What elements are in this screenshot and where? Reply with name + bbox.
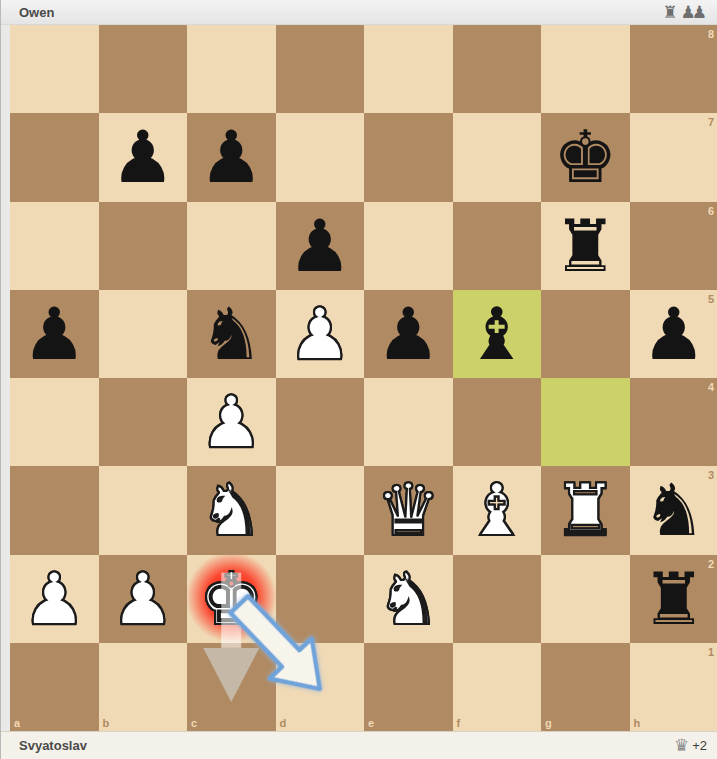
square-b8[interactable] xyxy=(99,25,188,113)
chess-app-window: Owen ♜ ♟♟ 8♟♟♚7♟♜6♟♞♟♟♝♟5♟4♞♛♝♜♞3♟♟♚♞♜2a… xyxy=(0,0,717,759)
square-g2[interactable] xyxy=(541,555,630,643)
black-king-g7[interactable]: ♚ xyxy=(553,121,618,193)
square-g8[interactable] xyxy=(541,25,630,113)
square-e7[interactable] xyxy=(364,113,453,201)
white-pawn-a2[interactable]: ♟ xyxy=(22,563,87,635)
square-h8[interactable]: 8 xyxy=(630,25,717,113)
square-c7[interactable]: ♟ xyxy=(187,113,276,201)
square-f6[interactable] xyxy=(453,202,542,290)
square-c1[interactable]: c xyxy=(187,643,276,731)
captured-queen-icon: ♛ xyxy=(674,737,689,754)
square-c4[interactable]: ♟ xyxy=(187,378,276,466)
square-d8[interactable] xyxy=(276,25,365,113)
square-d7[interactable] xyxy=(276,113,365,201)
square-a3[interactable] xyxy=(10,466,99,554)
square-f4[interactable] xyxy=(453,378,542,466)
square-h7[interactable]: 7 xyxy=(630,113,717,201)
black-knight-c5[interactable]: ♞ xyxy=(199,298,264,370)
square-b5[interactable] xyxy=(99,290,188,378)
square-d3[interactable] xyxy=(276,466,365,554)
square-f8[interactable] xyxy=(453,25,542,113)
white-pawn-c4[interactable]: ♟ xyxy=(199,386,264,458)
square-e3[interactable]: ♛ xyxy=(364,466,453,554)
rank-label-4: 4 xyxy=(708,381,714,393)
file-label-h: h xyxy=(634,717,641,729)
square-f2[interactable] xyxy=(453,555,542,643)
rank-label-8: 8 xyxy=(708,28,714,40)
square-h6[interactable]: 6 xyxy=(630,202,717,290)
file-label-b: b xyxy=(103,717,110,729)
square-g7[interactable]: ♚ xyxy=(541,113,630,201)
white-pawn-b2[interactable]: ♟ xyxy=(110,563,175,635)
square-b7[interactable]: ♟ xyxy=(99,113,188,201)
square-h5[interactable]: ♟5 xyxy=(630,290,717,378)
material-advantage: ♛ +2 xyxy=(674,737,707,754)
square-b1[interactable]: b xyxy=(99,643,188,731)
white-bishop-f3[interactable]: ♝ xyxy=(464,474,529,546)
square-a7[interactable] xyxy=(10,113,99,201)
rank-label-1: 1 xyxy=(708,646,714,658)
material-advantage-value: +2 xyxy=(692,738,707,753)
black-pawn-d6[interactable]: ♟ xyxy=(287,210,352,282)
bottom-player-name: Svyatoslav xyxy=(19,738,674,753)
file-label-g: g xyxy=(545,717,552,729)
file-label-f: f xyxy=(457,717,461,729)
square-f5[interactable]: ♝ xyxy=(453,290,542,378)
square-h2[interactable]: ♜2 xyxy=(630,555,717,643)
square-c5[interactable]: ♞ xyxy=(187,290,276,378)
rank-label-5: 5 xyxy=(708,293,714,305)
square-a2[interactable]: ♟ xyxy=(10,555,99,643)
chess-board: 8♟♟♚7♟♜6♟♞♟♟♝♟5♟4♞♛♝♜♞3♟♟♚♞♜2abcdefg1h xyxy=(10,25,717,731)
square-b4[interactable] xyxy=(99,378,188,466)
file-label-d: d xyxy=(280,717,287,729)
rank-label-7: 7 xyxy=(708,116,714,128)
black-bishop-f5[interactable]: ♝ xyxy=(464,298,529,370)
square-g5[interactable] xyxy=(541,290,630,378)
chess-board-area: 8♟♟♚7♟♜6♟♞♟♟♝♟5♟4♞♛♝♜♞3♟♟♚♞♜2abcdefg1h xyxy=(10,25,717,731)
square-g6[interactable]: ♜ xyxy=(541,202,630,290)
file-label-a: a xyxy=(14,717,20,729)
file-label-e: e xyxy=(368,717,374,729)
square-b2[interactable]: ♟ xyxy=(99,555,188,643)
square-g4[interactable] xyxy=(541,378,630,466)
square-d2[interactable] xyxy=(276,555,365,643)
square-b6[interactable] xyxy=(99,202,188,290)
square-f1[interactable]: f xyxy=(453,643,542,731)
white-knight-c3[interactable]: ♞ xyxy=(199,474,264,546)
square-b3[interactable] xyxy=(99,466,188,554)
square-e8[interactable] xyxy=(364,25,453,113)
white-knight-e2[interactable]: ♞ xyxy=(376,563,441,635)
square-c6[interactable] xyxy=(187,202,276,290)
square-g1[interactable]: g xyxy=(541,643,630,731)
bottom-player-bar: Svyatoslav ♛ +2 xyxy=(1,731,717,759)
top-player-bar: Owen ♜ ♟♟ xyxy=(1,0,717,25)
square-e2[interactable]: ♞ xyxy=(364,555,453,643)
square-d5[interactable]: ♟ xyxy=(276,290,365,378)
square-h3[interactable]: ♞3 xyxy=(630,466,717,554)
square-c2[interactable]: ♚ xyxy=(187,555,276,643)
square-h1[interactable]: 1h xyxy=(630,643,717,731)
black-knight-h3[interactable]: ♞ xyxy=(641,474,706,546)
black-pawn-h5[interactable]: ♟ xyxy=(641,298,706,370)
square-a1[interactable]: a xyxy=(10,643,99,731)
black-pawn-a5[interactable]: ♟ xyxy=(22,298,87,370)
white-king-c2[interactable]: ♚ xyxy=(199,563,264,635)
square-f3[interactable]: ♝ xyxy=(453,466,542,554)
captured-rook-icon: ♜ xyxy=(662,4,677,21)
square-e4[interactable] xyxy=(364,378,453,466)
square-a6[interactable] xyxy=(10,202,99,290)
black-pawn-c7[interactable]: ♟ xyxy=(199,121,264,193)
white-pawn-d5[interactable]: ♟ xyxy=(287,298,352,370)
white-queen-e3[interactable]: ♛ xyxy=(376,474,441,546)
square-g3[interactable]: ♜ xyxy=(541,466,630,554)
white-rook-g3[interactable]: ♜ xyxy=(553,474,618,546)
square-h4[interactable]: 4 xyxy=(630,378,717,466)
captured-two-pawns-icon: ♟♟ xyxy=(681,4,707,21)
square-a5[interactable]: ♟ xyxy=(10,290,99,378)
file-label-c: c xyxy=(191,717,197,729)
square-e6[interactable] xyxy=(364,202,453,290)
square-a8[interactable] xyxy=(10,25,99,113)
square-a4[interactable] xyxy=(10,378,99,466)
black-rook-g6[interactable]: ♜ xyxy=(553,210,618,282)
black-pawn-b7[interactable]: ♟ xyxy=(110,121,175,193)
square-c8[interactable] xyxy=(187,25,276,113)
square-c3[interactable]: ♞ xyxy=(187,466,276,554)
square-d6[interactable]: ♟ xyxy=(276,202,365,290)
square-e5[interactable]: ♟ xyxy=(364,290,453,378)
black-pawn-e5[interactable]: ♟ xyxy=(376,298,441,370)
square-e1[interactable]: e xyxy=(364,643,453,731)
square-d1[interactable]: d xyxy=(276,643,365,731)
black-rook-h2[interactable]: ♜ xyxy=(641,563,706,635)
rank-label-2: 2 xyxy=(708,558,714,570)
square-f7[interactable] xyxy=(453,113,542,201)
top-captured-pieces: ♜ ♟♟ xyxy=(662,4,707,21)
rank-label-6: 6 xyxy=(708,205,714,217)
top-player-name: Owen xyxy=(19,5,662,20)
square-d4[interactable] xyxy=(276,378,365,466)
rank-label-3: 3 xyxy=(708,469,714,481)
